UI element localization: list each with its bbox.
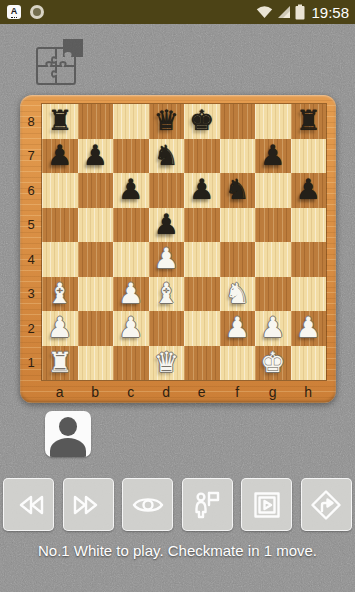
status-bar: A 19:58 xyxy=(0,0,355,24)
square-g1[interactable]: ♚ xyxy=(255,346,291,381)
next-puzzle-button[interactable] xyxy=(301,478,352,531)
square-d2[interactable] xyxy=(149,311,185,346)
square-c8[interactable] xyxy=(113,104,149,139)
controls-toolbar xyxy=(0,478,355,531)
square-a3[interactable]: ♝ xyxy=(42,277,78,312)
square-b4[interactable] xyxy=(78,242,114,277)
file-label-h: h xyxy=(291,380,327,403)
rank-label-6: 6 xyxy=(20,173,42,208)
square-a8[interactable]: ♜ xyxy=(42,104,78,139)
white-pawn: ♟ xyxy=(118,280,143,308)
data-circle-icon xyxy=(30,5,44,19)
square-f7[interactable] xyxy=(220,139,256,174)
rewind-button[interactable] xyxy=(3,478,54,531)
file-label-g: g xyxy=(255,380,291,403)
square-b1[interactable] xyxy=(78,346,114,381)
square-c4[interactable] xyxy=(113,242,149,277)
white-pawn: ♟ xyxy=(296,314,321,342)
square-h7[interactable] xyxy=(291,139,327,174)
eye-icon xyxy=(130,487,166,523)
player-avatar[interactable] xyxy=(45,411,91,457)
clock: 19:58 xyxy=(311,4,349,21)
wifi-icon xyxy=(256,5,273,19)
square-a1[interactable]: ♜ xyxy=(42,346,78,381)
square-f1[interactable] xyxy=(220,346,256,381)
file-label-b: b xyxy=(78,380,114,403)
square-a6[interactable] xyxy=(42,173,78,208)
file-labels: abcdefgh xyxy=(42,380,326,403)
white-king: ♚ xyxy=(260,349,285,377)
square-c3[interactable]: ♟ xyxy=(113,277,149,312)
file-label-f: f xyxy=(220,380,256,403)
square-g4[interactable] xyxy=(255,242,291,277)
white-pawn: ♟ xyxy=(260,314,285,342)
square-a2[interactable]: ♟ xyxy=(42,311,78,346)
file-label-e: e xyxy=(184,380,220,403)
square-b7[interactable]: ♟ xyxy=(78,139,114,174)
black-pawn: ♟ xyxy=(83,142,108,170)
square-f2[interactable]: ♟ xyxy=(220,311,256,346)
square-b2[interactable] xyxy=(78,311,114,346)
square-b3[interactable] xyxy=(78,277,114,312)
rank-label-7: 7 xyxy=(20,139,42,174)
square-e2[interactable] xyxy=(184,311,220,346)
rank-label-3: 3 xyxy=(20,277,42,312)
fast-forward-icon xyxy=(70,487,106,523)
square-c7[interactable] xyxy=(113,139,149,174)
white-pawn: ♟ xyxy=(225,314,250,342)
play-button[interactable] xyxy=(241,478,292,531)
square-g6[interactable] xyxy=(255,173,291,208)
square-g2[interactable]: ♟ xyxy=(255,311,291,346)
square-d1[interactable]: ♛ xyxy=(149,346,185,381)
square-e8[interactable]: ♚ xyxy=(184,104,220,139)
file-label-c: c xyxy=(113,380,149,403)
square-d7[interactable]: ♞ xyxy=(149,139,185,174)
square-h1[interactable] xyxy=(291,346,327,381)
square-h2[interactable]: ♟ xyxy=(291,311,327,346)
black-king: ♚ xyxy=(189,107,214,135)
square-d8[interactable]: ♛ xyxy=(149,104,185,139)
fast-forward-button[interactable] xyxy=(63,478,114,531)
square-h5[interactable] xyxy=(291,208,327,243)
white-rook: ♜ xyxy=(47,349,72,377)
rank-label-5: 5 xyxy=(20,208,42,243)
square-d3[interactable]: ♝ xyxy=(149,277,185,312)
rank-label-1: 1 xyxy=(20,346,42,381)
file-label-a: a xyxy=(42,380,78,403)
white-queen: ♛ xyxy=(154,349,179,377)
play-board-icon xyxy=(249,487,285,523)
square-e5[interactable] xyxy=(184,208,220,243)
square-d5[interactable]: ♟ xyxy=(149,208,185,243)
square-f6[interactable]: ♞ xyxy=(220,173,256,208)
chess-board: 87654321 ♜♛♚♜♟♟♞♟♟♟♞♟♟♟♝♟♝♞♟♟♟♟♟♜♛♚ abcd… xyxy=(20,95,336,403)
board-squares: ♜♛♚♜♟♟♞♟♟♟♞♟♟♟♝♟♝♞♟♟♟♟♟♜♛♚ xyxy=(42,104,326,380)
square-e6[interactable]: ♟ xyxy=(184,173,220,208)
square-e3[interactable] xyxy=(184,277,220,312)
rank-labels: 87654321 xyxy=(20,104,42,380)
rank-label-2: 2 xyxy=(20,311,42,346)
jigsaw-puzzle-icon[interactable] xyxy=(32,37,86,87)
square-b6[interactable] xyxy=(78,173,114,208)
resign-flag-icon xyxy=(189,487,225,523)
square-e1[interactable] xyxy=(184,346,220,381)
black-pawn: ♟ xyxy=(154,211,179,239)
puzzle-caption: No.1 White to play. Checkmate in 1 move. xyxy=(0,542,355,559)
square-e4[interactable] xyxy=(184,242,220,277)
square-f8[interactable] xyxy=(220,104,256,139)
black-pawn: ♟ xyxy=(189,176,214,204)
black-knight: ♞ xyxy=(154,142,179,170)
avatar-head xyxy=(59,417,77,436)
white-pawn: ♟ xyxy=(118,314,143,342)
square-f4[interactable] xyxy=(220,242,256,277)
rank-label-4: 4 xyxy=(20,242,42,277)
white-pawn: ♟ xyxy=(47,314,72,342)
square-c6[interactable]: ♟ xyxy=(113,173,149,208)
black-rook: ♜ xyxy=(47,107,72,135)
black-knight: ♞ xyxy=(225,176,250,204)
black-pawn: ♟ xyxy=(296,176,321,204)
black-rook: ♜ xyxy=(296,107,321,135)
square-a7[interactable]: ♟ xyxy=(42,139,78,174)
black-pawn: ♟ xyxy=(260,142,285,170)
square-b5[interactable] xyxy=(78,208,114,243)
square-g3[interactable] xyxy=(255,277,291,312)
square-d4[interactable]: ♟ xyxy=(149,242,185,277)
resign-button[interactable] xyxy=(182,478,233,531)
white-bishop: ♝ xyxy=(154,280,179,308)
square-c5[interactable] xyxy=(113,208,149,243)
square-d6[interactable] xyxy=(149,173,185,208)
avatar-torso xyxy=(50,438,86,457)
rewind-icon xyxy=(11,487,47,523)
input-method-icon: A xyxy=(7,5,21,19)
file-label-d: d xyxy=(149,380,185,403)
square-g5[interactable] xyxy=(255,208,291,243)
black-queen: ♛ xyxy=(154,107,179,135)
square-c2[interactable]: ♟ xyxy=(113,311,149,346)
square-f5[interactable] xyxy=(220,208,256,243)
white-knight: ♞ xyxy=(225,280,250,308)
battery-icon xyxy=(295,4,305,20)
rank-label-8: 8 xyxy=(20,104,42,139)
white-bishop: ♝ xyxy=(47,280,72,308)
square-h6[interactable]: ♟ xyxy=(291,173,327,208)
black-pawn: ♟ xyxy=(118,176,143,204)
square-g7[interactable]: ♟ xyxy=(255,139,291,174)
black-pawn: ♟ xyxy=(47,142,72,170)
square-a4[interactable] xyxy=(42,242,78,277)
square-h3[interactable] xyxy=(291,277,327,312)
square-h8[interactable]: ♜ xyxy=(291,104,327,139)
square-h4[interactable] xyxy=(291,242,327,277)
square-b8[interactable] xyxy=(78,104,114,139)
square-e7[interactable] xyxy=(184,139,220,174)
square-f3[interactable]: ♞ xyxy=(220,277,256,312)
cell-signal-icon xyxy=(277,5,291,19)
square-a5[interactable] xyxy=(42,208,78,243)
square-g8[interactable] xyxy=(255,104,291,139)
square-c1[interactable] xyxy=(113,346,149,381)
hint-button[interactable] xyxy=(122,478,173,531)
turn-arrow-icon xyxy=(308,487,344,523)
white-pawn: ♟ xyxy=(154,245,179,273)
